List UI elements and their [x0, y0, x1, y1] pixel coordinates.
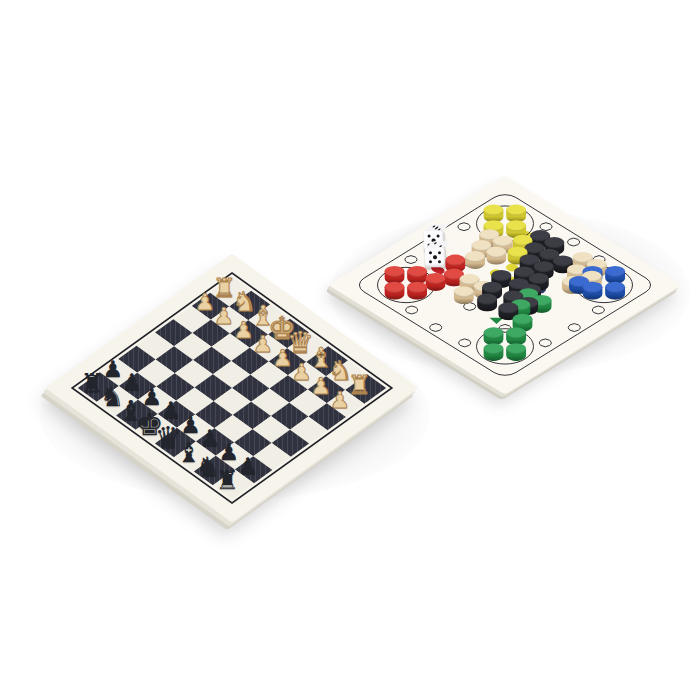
token-top	[465, 251, 485, 262]
ludo-home-token-red	[385, 285, 405, 300]
die-pip	[434, 255, 437, 258]
token-top	[544, 237, 564, 248]
token-top	[491, 269, 511, 280]
ludo-token-natural	[454, 289, 474, 304]
token-top	[506, 327, 526, 338]
token-top	[493, 235, 513, 246]
ludo-token-black	[477, 297, 497, 312]
token-top	[407, 266, 427, 277]
token-top	[605, 266, 625, 277]
token-top	[498, 302, 518, 313]
token-top	[583, 282, 603, 293]
ludo-home-token-blue	[583, 285, 603, 300]
ludo-home-token-red	[407, 285, 427, 300]
token-top	[454, 286, 474, 297]
product-photo-canvas: ♜♞♝♚♛♝♞♜♟♟♟♟♟♟♟♟♟♟♟♟♟♟♟♟♜♞♝♚♛♝♞♜	[0, 0, 700, 700]
ludo-token-red	[426, 276, 446, 291]
token-top	[407, 282, 427, 293]
token-top	[506, 205, 526, 216]
ludo-home-token-blue	[605, 285, 625, 300]
die-pip	[429, 260, 432, 263]
die-pip	[438, 260, 441, 263]
die-pip	[438, 251, 441, 254]
token-top	[385, 282, 405, 293]
die-front-face	[425, 247, 445, 267]
die-pip	[427, 234, 430, 237]
piece-black-rook-a8: ♜	[216, 467, 239, 493]
die-pip	[436, 234, 439, 237]
die-pip	[429, 251, 432, 254]
token-top	[513, 313, 533, 324]
ludo-token-natural	[486, 249, 506, 264]
token-top	[385, 266, 405, 277]
token-top	[484, 343, 504, 354]
token-top	[605, 282, 625, 293]
token-top	[484, 327, 504, 338]
ludo-home-token-green	[484, 346, 504, 361]
die-2	[425, 247, 445, 267]
token-top	[484, 205, 504, 216]
token-top	[506, 220, 526, 231]
die-pip	[433, 242, 438, 244]
token-top	[482, 282, 502, 293]
token-top	[534, 261, 554, 272]
ludo-token-natural	[465, 254, 485, 269]
ludo-home-token-green	[506, 346, 526, 361]
token-top	[426, 273, 446, 284]
token-top	[477, 294, 497, 305]
token-top	[486, 246, 506, 257]
token-top	[506, 343, 526, 354]
token-top	[528, 273, 548, 284]
token-top	[445, 254, 465, 265]
